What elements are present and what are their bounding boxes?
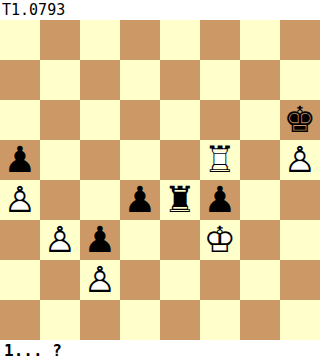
piece-white-rook-f5: ♜♖ xyxy=(200,140,240,180)
square-h3[interactable] xyxy=(280,220,320,260)
piece-white-pawn-c2: ♟♙ xyxy=(80,260,120,300)
square-d5[interactable] xyxy=(120,140,160,180)
square-h2[interactable] xyxy=(280,260,320,300)
square-e4[interactable]: ♜ xyxy=(160,180,200,220)
square-b8[interactable] xyxy=(40,20,80,60)
square-b4[interactable] xyxy=(40,180,80,220)
square-h8[interactable] xyxy=(280,20,320,60)
square-c3[interactable]: ♟ xyxy=(80,220,120,260)
white-piece-outline-glyph: ♙ xyxy=(280,140,320,180)
square-a8[interactable] xyxy=(0,20,40,60)
square-a6[interactable] xyxy=(0,100,40,140)
square-f5[interactable]: ♜♖ xyxy=(200,140,240,180)
square-d7[interactable] xyxy=(120,60,160,100)
square-c1[interactable] xyxy=(80,300,120,340)
square-a3[interactable] xyxy=(0,220,40,260)
square-f6[interactable] xyxy=(200,100,240,140)
black-piece-glyph: ♟ xyxy=(80,220,120,260)
square-d1[interactable] xyxy=(120,300,160,340)
square-f8[interactable] xyxy=(200,20,240,60)
square-c8[interactable] xyxy=(80,20,120,60)
square-b2[interactable] xyxy=(40,260,80,300)
square-d4[interactable]: ♟ xyxy=(120,180,160,220)
black-piece-glyph: ♜ xyxy=(160,180,200,220)
square-h1[interactable] xyxy=(280,300,320,340)
square-a7[interactable] xyxy=(0,60,40,100)
square-c4[interactable] xyxy=(80,180,120,220)
square-g5[interactable] xyxy=(240,140,280,180)
square-d2[interactable] xyxy=(120,260,160,300)
black-piece-glyph: ♚ xyxy=(280,100,320,140)
piece-black-pawn-c3: ♟ xyxy=(80,220,120,260)
square-a4[interactable]: ♟♙ xyxy=(0,180,40,220)
square-b6[interactable] xyxy=(40,100,80,140)
square-g4[interactable] xyxy=(240,180,280,220)
piece-black-pawn-f4: ♟ xyxy=(200,180,240,220)
piece-white-pawn-b3: ♟♙ xyxy=(40,220,80,260)
move-prompt: 1... ? xyxy=(0,340,320,360)
square-f7[interactable] xyxy=(200,60,240,100)
square-b5[interactable] xyxy=(40,140,80,180)
white-piece-outline-glyph: ♙ xyxy=(0,180,40,220)
square-a5[interactable]: ♟ xyxy=(0,140,40,180)
square-h7[interactable] xyxy=(280,60,320,100)
square-g6[interactable] xyxy=(240,100,280,140)
square-e8[interactable] xyxy=(160,20,200,60)
square-g1[interactable] xyxy=(240,300,280,340)
square-a2[interactable] xyxy=(0,260,40,300)
square-d8[interactable] xyxy=(120,20,160,60)
white-piece-outline-glyph: ♙ xyxy=(40,220,80,260)
square-c5[interactable] xyxy=(80,140,120,180)
square-f4[interactable]: ♟ xyxy=(200,180,240,220)
square-f2[interactable] xyxy=(200,260,240,300)
piece-black-rook-e4: ♜ xyxy=(160,180,200,220)
black-piece-glyph: ♟ xyxy=(200,180,240,220)
square-c2[interactable]: ♟♙ xyxy=(80,260,120,300)
piece-black-pawn-d4: ♟ xyxy=(120,180,160,220)
square-e1[interactable] xyxy=(160,300,200,340)
square-e3[interactable] xyxy=(160,220,200,260)
square-g3[interactable] xyxy=(240,220,280,260)
black-piece-glyph: ♟ xyxy=(120,180,160,220)
black-piece-glyph: ♟ xyxy=(0,140,40,180)
square-b3[interactable]: ♟♙ xyxy=(40,220,80,260)
square-d3[interactable] xyxy=(120,220,160,260)
square-e6[interactable] xyxy=(160,100,200,140)
square-e7[interactable] xyxy=(160,60,200,100)
square-d6[interactable] xyxy=(120,100,160,140)
piece-white-king-f3: ♚♔ xyxy=(200,220,240,260)
square-h5[interactable]: ♟♙ xyxy=(280,140,320,180)
square-a1[interactable] xyxy=(0,300,40,340)
white-piece-outline-glyph: ♙ xyxy=(80,260,120,300)
square-g7[interactable] xyxy=(240,60,280,100)
square-f1[interactable] xyxy=(200,300,240,340)
piece-white-pawn-a4: ♟♙ xyxy=(0,180,40,220)
square-g8[interactable] xyxy=(240,20,280,60)
square-h4[interactable] xyxy=(280,180,320,220)
square-h6[interactable]: ♚ xyxy=(280,100,320,140)
square-c6[interactable] xyxy=(80,100,120,140)
piece-black-king-h6: ♚ xyxy=(280,100,320,140)
square-e2[interactable] xyxy=(160,260,200,300)
square-f3[interactable]: ♚♔ xyxy=(200,220,240,260)
square-e5[interactable] xyxy=(160,140,200,180)
chess-board: ♚♟♜♖♟♙♟♙♟♜♟♟♙♟♚♔♟♙ xyxy=(0,20,320,340)
square-b1[interactable] xyxy=(40,300,80,340)
square-c7[interactable] xyxy=(80,60,120,100)
piece-white-pawn-h5: ♟♙ xyxy=(280,140,320,180)
white-piece-outline-glyph: ♖ xyxy=(200,140,240,180)
piece-black-pawn-a5: ♟ xyxy=(0,140,40,180)
square-g2[interactable] xyxy=(240,260,280,300)
white-piece-outline-glyph: ♔ xyxy=(200,220,240,260)
square-b7[interactable] xyxy=(40,60,80,100)
puzzle-id-title: T1.0793 xyxy=(0,0,320,20)
